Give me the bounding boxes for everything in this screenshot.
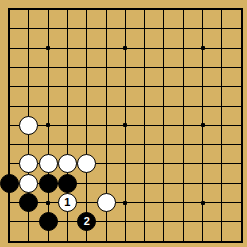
white-stone xyxy=(19,116,38,135)
star-point xyxy=(201,46,205,50)
star-point xyxy=(201,123,205,127)
black-stone xyxy=(58,174,77,193)
star-point xyxy=(46,201,50,205)
white-stone xyxy=(39,154,58,173)
white-stone xyxy=(19,174,38,193)
star-point xyxy=(46,46,50,50)
stone-label: 1 xyxy=(64,196,70,208)
stone-label: 2 xyxy=(84,215,90,227)
star-point xyxy=(201,201,205,205)
grid-line-v-11 xyxy=(221,9,222,242)
star-point xyxy=(46,123,50,127)
go-board[interactable]: 12 xyxy=(0,0,247,247)
star-point xyxy=(123,46,127,50)
white-stone: 1 xyxy=(58,193,77,212)
black-stone xyxy=(39,212,58,231)
grid-line-v-8 xyxy=(163,9,164,242)
grid-line-v-9 xyxy=(183,9,184,242)
star-point xyxy=(123,123,127,127)
white-stone xyxy=(97,193,116,212)
star-point xyxy=(123,201,127,205)
black-stone xyxy=(0,174,19,193)
black-stone xyxy=(39,174,58,193)
grid-line-h-7 xyxy=(9,144,242,145)
grid-line-v-7 xyxy=(144,9,145,242)
